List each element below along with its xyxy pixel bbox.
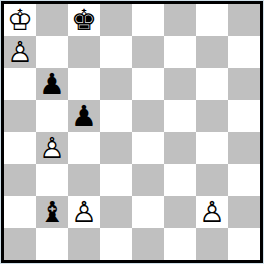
square-a6[interactable] (4, 68, 36, 100)
white-pawn: ♟♙ (36, 132, 68, 164)
square-f7[interactable] (164, 36, 196, 68)
chess-board: ♚♔♚♟♙♟♟♟♙♝♟♙♟♙ (4, 4, 260, 260)
square-e3[interactable] (132, 164, 164, 196)
white-king-icon: ♔ (4, 4, 36, 36)
black-pawn-icon: ♟ (68, 100, 100, 132)
square-f1[interactable] (164, 228, 196, 260)
square-f5[interactable] (164, 100, 196, 132)
black-bishop: ♝ (36, 196, 68, 228)
square-f2[interactable] (164, 196, 196, 228)
square-d2[interactable] (100, 196, 132, 228)
square-b5[interactable] (36, 100, 68, 132)
square-f4[interactable] (164, 132, 196, 164)
square-e7[interactable] (132, 36, 164, 68)
square-e1[interactable] (132, 228, 164, 260)
square-c2[interactable]: ♟♙ (68, 196, 100, 228)
square-b6[interactable]: ♟ (36, 68, 68, 100)
square-b4[interactable]: ♟♙ (36, 132, 68, 164)
white-pawn: ♟♙ (4, 36, 36, 68)
square-b8[interactable] (36, 4, 68, 36)
square-c6[interactable] (68, 68, 100, 100)
square-d6[interactable] (100, 68, 132, 100)
square-a3[interactable] (4, 164, 36, 196)
square-b7[interactable] (36, 36, 68, 68)
square-b3[interactable] (36, 164, 68, 196)
square-h3[interactable] (228, 164, 260, 196)
board-frame: ♚♔♚♟♙♟♟♟♙♝♟♙♟♙ (1, 1, 263, 263)
square-d1[interactable] (100, 228, 132, 260)
square-c8[interactable]: ♚ (68, 4, 100, 36)
white-pawn-icon: ♙ (36, 132, 68, 164)
square-h6[interactable] (228, 68, 260, 100)
square-a5[interactable] (4, 100, 36, 132)
black-pawn: ♟ (36, 68, 68, 100)
white-pawn-icon: ♙ (196, 196, 228, 228)
square-c5[interactable]: ♟ (68, 100, 100, 132)
square-a8[interactable]: ♚♔ (4, 4, 36, 36)
square-c4[interactable] (68, 132, 100, 164)
square-g3[interactable] (196, 164, 228, 196)
square-f8[interactable] (164, 4, 196, 36)
square-c3[interactable] (68, 164, 100, 196)
square-f6[interactable] (164, 68, 196, 100)
white-pawn: ♟♙ (196, 196, 228, 228)
square-h7[interactable] (228, 36, 260, 68)
black-bishop-icon: ♝ (36, 196, 68, 228)
square-h5[interactable] (228, 100, 260, 132)
square-h1[interactable] (228, 228, 260, 260)
square-c1[interactable] (68, 228, 100, 260)
square-h4[interactable] (228, 132, 260, 164)
black-pawn: ♟ (68, 100, 100, 132)
white-pawn-icon: ♙ (68, 196, 100, 228)
black-king-icon: ♚ (68, 4, 100, 36)
black-pawn-icon: ♟ (36, 68, 68, 100)
square-h2[interactable] (228, 196, 260, 228)
white-pawn-icon: ♙ (4, 36, 36, 68)
square-a1[interactable] (4, 228, 36, 260)
square-d3[interactable] (100, 164, 132, 196)
square-d8[interactable] (100, 4, 132, 36)
white-king: ♚♔ (4, 4, 36, 36)
square-a2[interactable] (4, 196, 36, 228)
square-d7[interactable] (100, 36, 132, 68)
square-d5[interactable] (100, 100, 132, 132)
square-g4[interactable] (196, 132, 228, 164)
square-g2[interactable]: ♟♙ (196, 196, 228, 228)
square-g6[interactable] (196, 68, 228, 100)
square-b2[interactable]: ♝ (36, 196, 68, 228)
square-e2[interactable] (132, 196, 164, 228)
black-king: ♚ (68, 4, 100, 36)
square-e5[interactable] (132, 100, 164, 132)
square-h8[interactable] (228, 4, 260, 36)
square-e6[interactable] (132, 68, 164, 100)
square-f3[interactable] (164, 164, 196, 196)
square-a7[interactable]: ♟♙ (4, 36, 36, 68)
square-c7[interactable] (68, 36, 100, 68)
square-a4[interactable] (4, 132, 36, 164)
square-e8[interactable] (132, 4, 164, 36)
square-g5[interactable] (196, 100, 228, 132)
white-pawn: ♟♙ (68, 196, 100, 228)
square-e4[interactable] (132, 132, 164, 164)
square-g7[interactable] (196, 36, 228, 68)
square-g1[interactable] (196, 228, 228, 260)
square-d4[interactable] (100, 132, 132, 164)
square-g8[interactable] (196, 4, 228, 36)
square-b1[interactable] (36, 228, 68, 260)
